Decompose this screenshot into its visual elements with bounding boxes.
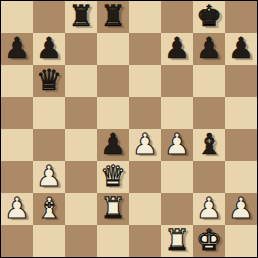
square-f5[interactable] bbox=[161, 97, 193, 129]
square-c1[interactable] bbox=[65, 225, 97, 257]
square-e2[interactable] bbox=[129, 193, 161, 225]
square-d7[interactable] bbox=[97, 33, 129, 65]
black-rook[interactable]: ♜ bbox=[68, 2, 94, 31]
square-h7[interactable]: ♟ bbox=[225, 33, 257, 65]
white-pawn[interactable]: ♟ bbox=[4, 194, 30, 223]
square-f6[interactable] bbox=[161, 65, 193, 97]
square-d3[interactable]: ♛ bbox=[97, 161, 129, 193]
square-c2[interactable] bbox=[65, 193, 97, 225]
black-bishop[interactable]: ♝ bbox=[196, 130, 222, 159]
square-d4[interactable]: ♟ bbox=[97, 129, 129, 161]
black-pawn[interactable]: ♟ bbox=[196, 34, 222, 63]
square-c7[interactable] bbox=[65, 33, 97, 65]
square-h1[interactable] bbox=[225, 225, 257, 257]
square-f3[interactable] bbox=[161, 161, 193, 193]
square-b5[interactable] bbox=[33, 97, 65, 129]
white-pawn[interactable]: ♟ bbox=[228, 194, 254, 223]
white-pawn[interactable]: ♟ bbox=[164, 130, 190, 159]
square-g8[interactable]: ♚ bbox=[193, 1, 225, 33]
square-a1[interactable] bbox=[1, 225, 33, 257]
square-h6[interactable] bbox=[225, 65, 257, 97]
square-c3[interactable] bbox=[65, 161, 97, 193]
black-pawn[interactable]: ♟ bbox=[228, 34, 254, 63]
square-e1[interactable] bbox=[129, 225, 161, 257]
square-f7[interactable]: ♟ bbox=[161, 33, 193, 65]
square-a3[interactable] bbox=[1, 161, 33, 193]
black-pawn[interactable]: ♟ bbox=[36, 34, 62, 63]
square-c5[interactable] bbox=[65, 97, 97, 129]
square-h2[interactable]: ♟ bbox=[225, 193, 257, 225]
black-king[interactable]: ♚ bbox=[196, 2, 222, 31]
square-d6[interactable] bbox=[97, 65, 129, 97]
black-pawn[interactable]: ♟ bbox=[100, 130, 126, 159]
white-rook[interactable]: ♜ bbox=[100, 194, 126, 223]
white-king[interactable]: ♚ bbox=[196, 226, 222, 255]
white-bishop[interactable]: ♝ bbox=[36, 194, 62, 223]
square-c4[interactable] bbox=[65, 129, 97, 161]
square-b2[interactable]: ♝ bbox=[33, 193, 65, 225]
square-a7[interactable]: ♟ bbox=[1, 33, 33, 65]
square-d5[interactable] bbox=[97, 97, 129, 129]
square-d1[interactable] bbox=[97, 225, 129, 257]
square-b7[interactable]: ♟ bbox=[33, 33, 65, 65]
square-c8[interactable]: ♜ bbox=[65, 1, 97, 33]
square-b1[interactable] bbox=[33, 225, 65, 257]
square-b3[interactable]: ♟ bbox=[33, 161, 65, 193]
white-queen[interactable]: ♛ bbox=[100, 162, 126, 191]
square-f2[interactable] bbox=[161, 193, 193, 225]
square-e3[interactable] bbox=[129, 161, 161, 193]
black-pawn[interactable]: ♟ bbox=[164, 34, 190, 63]
square-b8[interactable] bbox=[33, 1, 65, 33]
square-b6[interactable]: ♛ bbox=[33, 65, 65, 97]
chess-board: ♜♜♚♟♟♟♟♟♛♟♟♟♝♟♛♟♝♜♟♟♜♚ bbox=[1, 1, 257, 257]
square-h5[interactable] bbox=[225, 97, 257, 129]
square-c6[interactable] bbox=[65, 65, 97, 97]
square-a5[interactable] bbox=[1, 97, 33, 129]
square-a2[interactable]: ♟ bbox=[1, 193, 33, 225]
square-g2[interactable]: ♟ bbox=[193, 193, 225, 225]
square-e7[interactable] bbox=[129, 33, 161, 65]
black-rook[interactable]: ♜ bbox=[100, 2, 126, 31]
white-pawn[interactable]: ♟ bbox=[196, 194, 222, 223]
square-f8[interactable] bbox=[161, 1, 193, 33]
square-a4[interactable] bbox=[1, 129, 33, 161]
square-e4[interactable]: ♟ bbox=[129, 129, 161, 161]
square-f4[interactable]: ♟ bbox=[161, 129, 193, 161]
square-e5[interactable] bbox=[129, 97, 161, 129]
white-pawn[interactable]: ♟ bbox=[132, 130, 158, 159]
square-e8[interactable] bbox=[129, 1, 161, 33]
square-d8[interactable]: ♜ bbox=[97, 1, 129, 33]
square-h3[interactable] bbox=[225, 161, 257, 193]
square-b4[interactable] bbox=[33, 129, 65, 161]
square-g5[interactable] bbox=[193, 97, 225, 129]
white-pawn[interactable]: ♟ bbox=[36, 162, 62, 191]
square-d2[interactable]: ♜ bbox=[97, 193, 129, 225]
square-g3[interactable] bbox=[193, 161, 225, 193]
square-a6[interactable] bbox=[1, 65, 33, 97]
chess-board-frame: ♜♜♚♟♟♟♟♟♛♟♟♟♝♟♛♟♝♜♟♟♜♚ bbox=[0, 0, 258, 258]
square-h4[interactable] bbox=[225, 129, 257, 161]
square-g6[interactable] bbox=[193, 65, 225, 97]
square-e6[interactable] bbox=[129, 65, 161, 97]
black-queen[interactable]: ♛ bbox=[36, 66, 62, 95]
black-pawn[interactable]: ♟ bbox=[4, 34, 30, 63]
square-g1[interactable]: ♚ bbox=[193, 225, 225, 257]
square-g7[interactable]: ♟ bbox=[193, 33, 225, 65]
square-h8[interactable] bbox=[225, 1, 257, 33]
square-f1[interactable]: ♜ bbox=[161, 225, 193, 257]
square-g4[interactable]: ♝ bbox=[193, 129, 225, 161]
square-a8[interactable] bbox=[1, 1, 33, 33]
white-rook[interactable]: ♜ bbox=[164, 226, 190, 255]
